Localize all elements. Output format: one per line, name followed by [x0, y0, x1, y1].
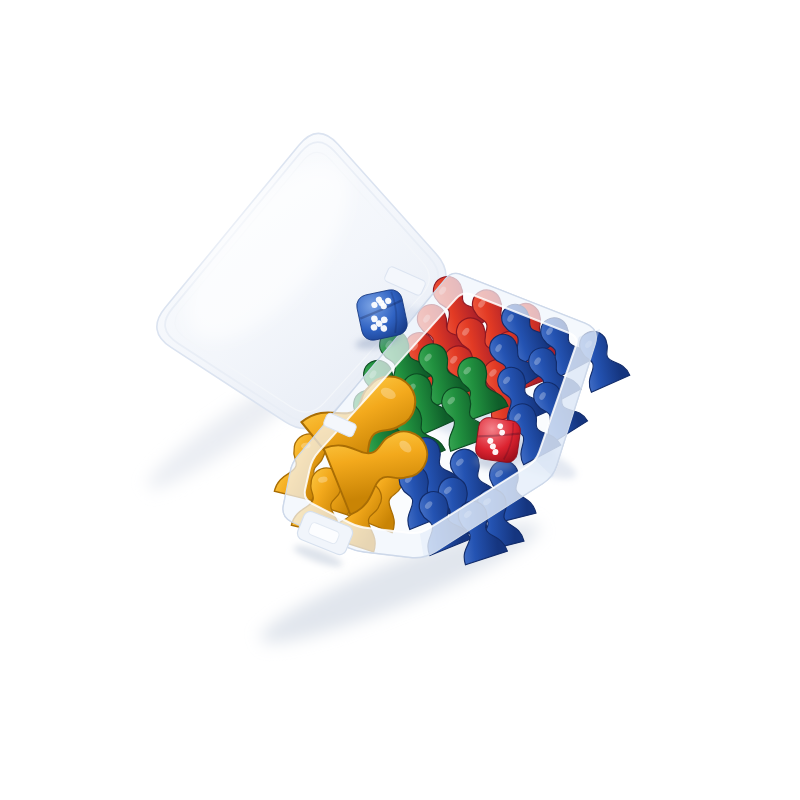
product-photo — [0, 0, 800, 800]
blue-die — [355, 288, 410, 343]
red-die — [474, 416, 521, 463]
photo-scene-svg — [0, 0, 800, 800]
